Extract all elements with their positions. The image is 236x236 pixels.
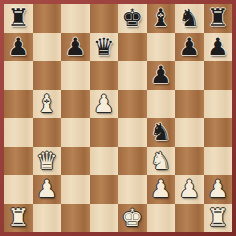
square-b5[interactable]: ♝: [33, 90, 62, 119]
square-d6[interactable]: [90, 61, 119, 90]
square-h3[interactable]: [204, 147, 233, 176]
square-b1[interactable]: [33, 204, 62, 233]
square-c3[interactable]: [61, 147, 90, 176]
piece-white-pawn: ♟: [150, 175, 172, 203]
piece-white-pawn: ♟: [93, 90, 115, 118]
square-d5[interactable]: ♟: [90, 90, 119, 119]
piece-black-pawn: ♟: [207, 33, 229, 61]
square-e3[interactable]: [118, 147, 147, 176]
piece-white-pawn: ♟: [36, 175, 58, 203]
square-c1[interactable]: [61, 204, 90, 233]
piece-black-rook: ♜: [207, 4, 229, 32]
square-f8[interactable]: ♝: [147, 4, 176, 33]
square-g1[interactable]: [175, 204, 204, 233]
square-a2[interactable]: [4, 175, 33, 204]
square-b7[interactable]: [33, 33, 62, 62]
square-e6[interactable]: [118, 61, 147, 90]
square-g4[interactable]: [175, 118, 204, 147]
square-c5[interactable]: [61, 90, 90, 119]
piece-white-bishop: ♝: [36, 90, 58, 118]
piece-black-queen: ♛: [93, 33, 115, 61]
piece-black-pawn: ♟: [150, 61, 172, 89]
square-d7[interactable]: ♛: [90, 33, 119, 62]
piece-black-pawn: ♟: [178, 33, 200, 61]
square-f1[interactable]: [147, 204, 176, 233]
square-f7[interactable]: [147, 33, 176, 62]
square-g2[interactable]: ♟: [175, 175, 204, 204]
square-e1[interactable]: ♚: [118, 204, 147, 233]
square-h1[interactable]: ♜: [204, 204, 233, 233]
piece-black-pawn: ♟: [64, 33, 86, 61]
square-b6[interactable]: [33, 61, 62, 90]
square-c2[interactable]: [61, 175, 90, 204]
square-h6[interactable]: [204, 61, 233, 90]
square-c4[interactable]: [61, 118, 90, 147]
square-f4[interactable]: ♞: [147, 118, 176, 147]
square-f6[interactable]: ♟: [147, 61, 176, 90]
square-a7[interactable]: ♟: [4, 33, 33, 62]
piece-black-knight: ♞: [150, 118, 172, 146]
square-c8[interactable]: [61, 4, 90, 33]
square-e4[interactable]: [118, 118, 147, 147]
square-h7[interactable]: ♟: [204, 33, 233, 62]
chess-board: ♜♚♝♞♜♟♟♛♟♟♟♝♟♞♛♞♟♟♟♟♜♚♜: [4, 4, 232, 232]
square-f5[interactable]: [147, 90, 176, 119]
square-g3[interactable]: [175, 147, 204, 176]
square-a8[interactable]: ♜: [4, 4, 33, 33]
piece-white-pawn: ♟: [178, 175, 200, 203]
square-f3[interactable]: ♞: [147, 147, 176, 176]
square-b8[interactable]: [33, 4, 62, 33]
piece-white-knight: ♞: [150, 147, 172, 175]
square-c7[interactable]: ♟: [61, 33, 90, 62]
piece-black-knight: ♞: [178, 4, 200, 32]
square-b4[interactable]: [33, 118, 62, 147]
square-h5[interactable]: [204, 90, 233, 119]
square-h2[interactable]: ♟: [204, 175, 233, 204]
square-a4[interactable]: [4, 118, 33, 147]
square-e2[interactable]: [118, 175, 147, 204]
square-g5[interactable]: [175, 90, 204, 119]
square-g7[interactable]: ♟: [175, 33, 204, 62]
piece-white-pawn: ♟: [207, 175, 229, 203]
square-d1[interactable]: [90, 204, 119, 233]
piece-black-rook: ♜: [7, 4, 29, 32]
square-b3[interactable]: ♛: [33, 147, 62, 176]
square-c6[interactable]: [61, 61, 90, 90]
square-h8[interactable]: ♜: [204, 4, 233, 33]
piece-white-rook: ♜: [7, 204, 29, 232]
piece-white-queen: ♛: [36, 147, 58, 175]
square-f2[interactable]: ♟: [147, 175, 176, 204]
piece-white-king: ♚: [121, 204, 143, 232]
piece-white-rook: ♜: [207, 204, 229, 232]
square-d8[interactable]: [90, 4, 119, 33]
square-d3[interactable]: [90, 147, 119, 176]
piece-black-pawn: ♟: [7, 33, 29, 61]
square-e8[interactable]: ♚: [118, 4, 147, 33]
board-frame: ♜♚♝♞♜♟♟♛♟♟♟♝♟♞♛♞♟♟♟♟♜♚♜: [0, 0, 236, 236]
square-a1[interactable]: ♜: [4, 204, 33, 233]
square-d4[interactable]: [90, 118, 119, 147]
square-b2[interactable]: ♟: [33, 175, 62, 204]
square-e5[interactable]: [118, 90, 147, 119]
square-d2[interactable]: [90, 175, 119, 204]
square-a3[interactable]: [4, 147, 33, 176]
square-e7[interactable]: [118, 33, 147, 62]
piece-black-bishop: ♝: [150, 4, 172, 32]
square-g6[interactable]: [175, 61, 204, 90]
piece-black-king: ♚: [121, 4, 143, 32]
square-h4[interactable]: [204, 118, 233, 147]
square-a6[interactable]: [4, 61, 33, 90]
square-a5[interactable]: [4, 90, 33, 119]
square-g8[interactable]: ♞: [175, 4, 204, 33]
